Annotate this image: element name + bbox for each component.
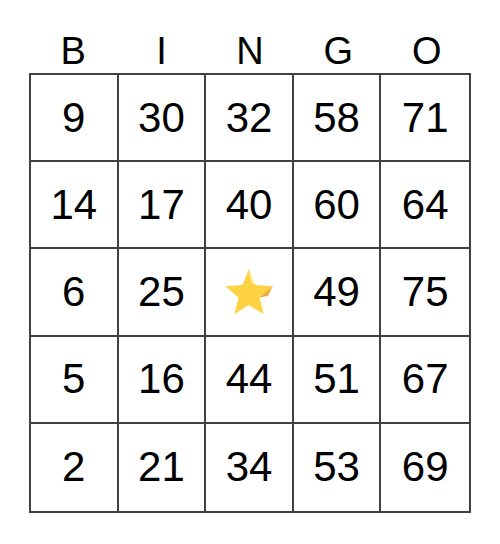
cell-r1c1[interactable]: 9 (31, 75, 119, 162)
cell-r5c1[interactable]: 2 (31, 424, 119, 511)
bingo-header: B I N G O (29, 0, 471, 73)
cell-r3c2[interactable]: 25 (119, 249, 207, 336)
cell-r3c1[interactable]: 6 (31, 249, 119, 336)
cell-r2c4[interactable]: 60 (294, 162, 382, 249)
cell-r4c3[interactable]: 44 (206, 337, 294, 424)
free-space-star-icon (223, 266, 275, 318)
cell-r5c2[interactable]: 21 (119, 424, 207, 511)
cell-r2c5[interactable]: 64 (381, 162, 469, 249)
header-letter-o: O (383, 0, 471, 73)
header-letter-g: G (294, 0, 382, 73)
cell-r1c4[interactable]: 58 (294, 75, 382, 162)
header-letter-n: N (206, 0, 294, 73)
cell-r2c3[interactable]: 40 (206, 162, 294, 249)
cell-r3c5[interactable]: 75 (381, 249, 469, 336)
cell-r2c1[interactable]: 14 (31, 162, 119, 249)
cell-r4c4[interactable]: 51 (294, 337, 382, 424)
cell-r5c3[interactable]: 34 (206, 424, 294, 511)
bingo-grid: 9 30 32 58 71 14 17 40 60 64 6 25 49 75 … (29, 73, 471, 513)
cell-r3c4[interactable]: 49 (294, 249, 382, 336)
bingo-card: B I N G O 9 30 32 58 71 14 17 40 60 64 6… (0, 0, 500, 544)
cell-r1c2[interactable]: 30 (119, 75, 207, 162)
cell-r1c3[interactable]: 32 (206, 75, 294, 162)
cell-r5c5[interactable]: 69 (381, 424, 469, 511)
cell-free-space[interactable] (206, 249, 294, 336)
cell-r4c2[interactable]: 16 (119, 337, 207, 424)
header-letter-i: I (117, 0, 205, 73)
header-letter-b: B (29, 0, 117, 73)
cell-r5c4[interactable]: 53 (294, 424, 382, 511)
cell-r4c1[interactable]: 5 (31, 337, 119, 424)
cell-r4c5[interactable]: 67 (381, 337, 469, 424)
cell-r2c2[interactable]: 17 (119, 162, 207, 249)
cell-r1c5[interactable]: 71 (381, 75, 469, 162)
